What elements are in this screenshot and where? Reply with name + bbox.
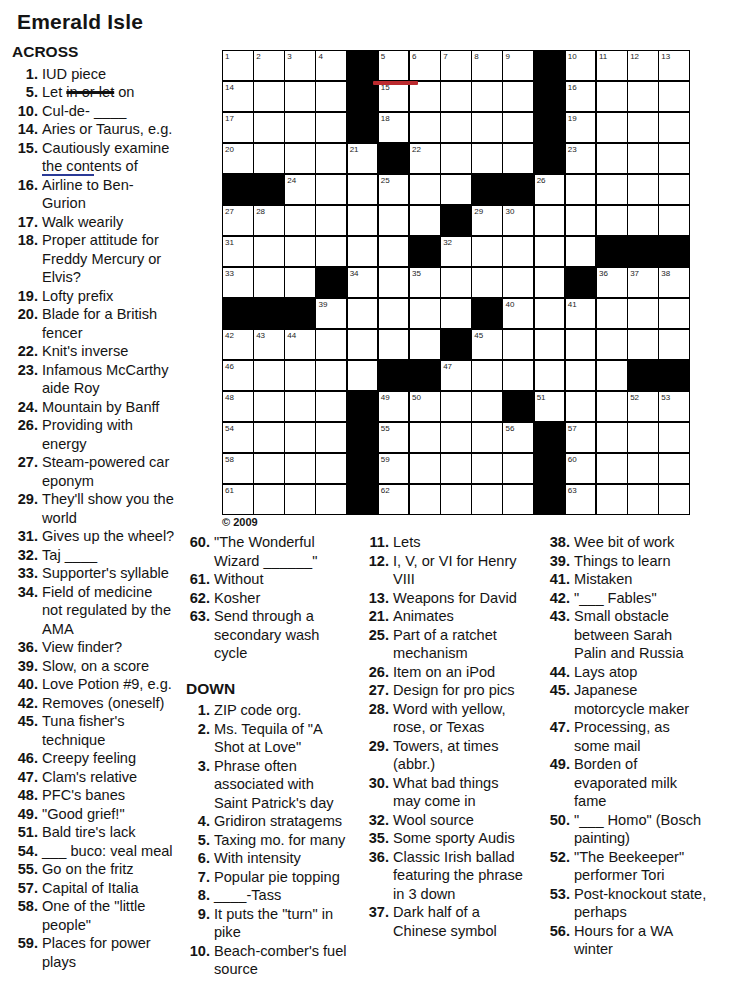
white-square-r6c3[interactable] — [285, 206, 315, 235]
white-square-r9c13[interactable] — [597, 299, 627, 328]
clue-number: 46. — [12, 749, 42, 768]
white-square-r10c9[interactable]: 45 — [472, 330, 502, 359]
white-square-r3c2[interactable] — [254, 113, 284, 142]
clue-text: IUD piece — [42, 65, 218, 84]
white-square-r5c15[interactable] — [659, 175, 689, 204]
white-square-r7c11[interactable] — [535, 237, 565, 266]
white-square-r12c1[interactable]: 48 — [223, 392, 253, 421]
clue-text: Proper attitude for Freddy Mercury or El… — [42, 231, 218, 287]
white-square-r3c4[interactable] — [316, 113, 346, 142]
white-square-r10c1[interactable]: 42 — [223, 330, 253, 359]
clue-number: 40. — [12, 675, 42, 694]
white-square-r11c1[interactable]: 46 — [223, 361, 253, 390]
clue-number: 58. — [12, 897, 42, 916]
white-square-r3c12[interactable]: 19 — [566, 113, 596, 142]
black-square-r8c12 — [566, 268, 596, 297]
clue-number: 22. — [12, 342, 42, 361]
white-square-r6c14[interactable] — [628, 206, 658, 235]
white-square-r9c8[interactable] — [441, 299, 471, 328]
black-square-r14c11 — [535, 454, 565, 483]
white-square-r11c5[interactable] — [348, 361, 378, 390]
white-square-r14c8[interactable] — [441, 454, 471, 483]
white-square-r13c12[interactable]: 57 — [566, 423, 596, 452]
white-square-r13c9[interactable] — [472, 423, 502, 452]
white-square-r2c10[interactable] — [503, 82, 533, 111]
white-square-r8c9[interactable] — [472, 268, 502, 297]
white-square-r11c9[interactable] — [472, 361, 502, 390]
white-square-r14c1[interactable]: 58 — [223, 454, 253, 483]
white-square-r15c15[interactable] — [659, 485, 689, 514]
clue-text: Kosher — [214, 589, 364, 608]
white-square-r12c11[interactable]: 51 — [535, 392, 565, 421]
clue-number: 39. — [12, 657, 42, 676]
black-square-r2c5 — [348, 82, 378, 111]
white-square-r8c14[interactable]: 37 — [628, 268, 658, 297]
clue-across-22: 22.Knit's inverse — [12, 342, 218, 361]
clue-text: Beach-comber's fuel source — [214, 942, 364, 979]
white-square-r7c8[interactable]: 32 — [441, 237, 471, 266]
white-square-r8c13[interactable]: 36 — [597, 268, 627, 297]
white-square-r5c14[interactable] — [628, 175, 658, 204]
square-number-24: 24 — [287, 176, 296, 185]
white-square-r10c11[interactable] — [535, 330, 565, 359]
white-square-r10c2[interactable]: 43 — [254, 330, 284, 359]
white-square-r4c2[interactable] — [254, 144, 284, 173]
white-square-r12c8[interactable] — [441, 392, 471, 421]
black-square-r6c8 — [441, 206, 471, 235]
white-square-r10c14[interactable] — [628, 330, 658, 359]
white-square-r14c14[interactable] — [628, 454, 658, 483]
white-square-r15c3[interactable] — [285, 485, 315, 514]
clue-number: 51. — [12, 823, 42, 842]
white-square-r5c8[interactable] — [441, 175, 471, 204]
white-square-r11c3[interactable] — [285, 361, 315, 390]
clue-number: 7. — [186, 868, 214, 887]
clue-number: 44. — [546, 663, 574, 682]
square-number-37: 37 — [630, 269, 639, 278]
white-square-r4c12[interactable]: 23 — [566, 144, 596, 173]
white-square-r9c15[interactable] — [659, 299, 689, 328]
white-square-r9c5[interactable] — [348, 299, 378, 328]
white-square-r4c3[interactable] — [285, 144, 315, 173]
white-square-r6c9[interactable]: 29 — [472, 206, 502, 235]
clue-number: 1. — [12, 65, 42, 84]
white-square-r13c8[interactable] — [441, 423, 471, 452]
white-square-r15c6[interactable]: 62 — [379, 485, 409, 514]
clue-down-28: 28.Word with yellow, rose, or Texas — [365, 700, 542, 737]
white-square-r1c6[interactable]: 5 — [379, 51, 409, 80]
white-square-r8c7[interactable]: 35 — [410, 268, 440, 297]
white-square-r15c14[interactable] — [628, 485, 658, 514]
white-square-r7c2[interactable] — [254, 237, 284, 266]
white-square-r15c12[interactable]: 63 — [566, 485, 596, 514]
white-square-r10c3[interactable]: 44 — [285, 330, 315, 359]
white-square-r7c10[interactable] — [503, 237, 533, 266]
white-square-r7c12[interactable] — [566, 237, 596, 266]
white-square-r10c6[interactable] — [379, 330, 409, 359]
white-square-r12c14[interactable]: 52 — [628, 392, 658, 421]
clue-text: Infamous McCarthy aide Roy — [42, 361, 218, 398]
square-number-31: 31 — [225, 238, 234, 247]
clue-down-5: 5.Taxing mo. for many — [186, 831, 364, 850]
white-square-r1c13[interactable]: 11 — [597, 51, 627, 80]
white-square-r13c10[interactable]: 56 — [503, 423, 533, 452]
square-number-63: 63 — [568, 486, 577, 495]
white-square-r12c9[interactable] — [472, 392, 502, 421]
white-square-r9c11[interactable] — [535, 299, 565, 328]
white-square-r15c2[interactable] — [254, 485, 284, 514]
clue-text: Lets — [393, 533, 542, 552]
clue-down-7: 7.Popular pie topping — [186, 868, 364, 887]
clue-text: Gridiron stratagems — [214, 812, 364, 831]
white-square-r12c2[interactable] — [254, 392, 284, 421]
white-square-r1c4[interactable]: 4 — [316, 51, 346, 80]
white-square-r2c12[interactable]: 16 — [566, 82, 596, 111]
white-square-r2c14[interactable] — [628, 82, 658, 111]
white-square-r15c8[interactable] — [441, 485, 471, 514]
white-square-r3c6[interactable]: 18 — [379, 113, 409, 142]
clue-across-19: 19.Lofty prefix — [12, 287, 218, 306]
white-square-r4c15[interactable] — [659, 144, 689, 173]
white-square-r15c7[interactable] — [410, 485, 440, 514]
clue-number: 35. — [365, 829, 393, 848]
white-square-r9c12[interactable]: 41 — [566, 299, 596, 328]
white-square-r14c9[interactable] — [472, 454, 502, 483]
square-number-1: 1 — [225, 52, 229, 61]
white-square-r11c8[interactable]: 47 — [441, 361, 471, 390]
down-clue-list-2: 11.Lets12.I, V, or VI for Henry VIII13.W… — [365, 533, 542, 940]
white-square-r4c4[interactable] — [316, 144, 346, 173]
white-square-r10c4[interactable] — [316, 330, 346, 359]
black-square-r7c7 — [410, 237, 440, 266]
white-square-r8c3[interactable] — [285, 268, 315, 297]
clue-number: 43. — [546, 607, 574, 626]
clue-number: 5. — [12, 83, 42, 102]
white-square-r1c12[interactable]: 10 — [566, 51, 596, 80]
white-square-r4c5[interactable]: 21 — [348, 144, 378, 173]
white-square-r2c15[interactable] — [659, 82, 689, 111]
white-square-r8c2[interactable] — [254, 268, 284, 297]
clue-down-10: 10.Beach-comber's fuel source — [186, 942, 364, 979]
white-square-r7c6[interactable] — [379, 237, 409, 266]
white-square-r4c13[interactable] — [597, 144, 627, 173]
clue-down-49: 49.Borden of evaporated milk fame — [546, 755, 735, 811]
white-square-r4c7[interactable]: 22 — [410, 144, 440, 173]
clue-text: Item on an iPod — [393, 663, 542, 682]
white-square-r11c2[interactable] — [254, 361, 284, 390]
white-square-r3c7[interactable] — [410, 113, 440, 142]
white-square-r14c7[interactable] — [410, 454, 440, 483]
across-clue-list-extra: 60."The Wonderful Wizard ______"61.Witho… — [186, 533, 364, 663]
white-square-r12c12[interactable] — [566, 392, 596, 421]
white-square-r11c12[interactable] — [566, 361, 596, 390]
white-square-r9c7[interactable] — [410, 299, 440, 328]
square-number-35: 35 — [412, 269, 421, 278]
white-square-r12c15[interactable]: 53 — [659, 392, 689, 421]
white-square-r4c9[interactable] — [472, 144, 502, 173]
white-square-r7c1[interactable]: 31 — [223, 237, 253, 266]
white-square-r7c5[interactable] — [348, 237, 378, 266]
white-square-r14c13[interactable] — [597, 454, 627, 483]
square-number-58: 58 — [225, 455, 234, 464]
white-square-r2c6[interactable]: 15 — [379, 82, 409, 111]
clue-text: Word with yellow, rose, or Texas — [393, 700, 542, 737]
white-square-r1c3[interactable]: 3 — [285, 51, 315, 80]
white-square-r7c4[interactable] — [316, 237, 346, 266]
white-square-r9c14[interactable] — [628, 299, 658, 328]
square-number-23: 23 — [568, 145, 577, 154]
clue-number: 5. — [186, 831, 214, 850]
white-square-r9c10[interactable]: 40 — [503, 299, 533, 328]
clue-text: Walk wearily — [42, 213, 218, 232]
clue-across-61: 61.Without — [186, 570, 364, 589]
white-square-r5c6[interactable]: 25 — [379, 175, 409, 204]
white-square-r4c8[interactable] — [441, 144, 471, 173]
square-number-56: 56 — [505, 424, 514, 433]
white-square-r15c10[interactable] — [503, 485, 533, 514]
white-square-r2c7[interactable] — [410, 82, 440, 111]
square-number-9: 9 — [505, 52, 509, 61]
white-square-r3c1[interactable]: 17 — [223, 113, 253, 142]
clue-down-43: 43.Small obstacle between Sarah Palin an… — [546, 607, 735, 663]
white-square-r13c1[interactable]: 54 — [223, 423, 253, 452]
white-square-r6c4[interactable] — [316, 206, 346, 235]
white-square-r11c10[interactable] — [503, 361, 533, 390]
white-square-r3c13[interactable] — [597, 113, 627, 142]
clue-across-18: 18.Proper attitude for Freddy Mercury or… — [12, 231, 218, 287]
square-number-26: 26 — [537, 176, 546, 185]
clue-number: 45. — [12, 712, 42, 731]
white-square-r5c11[interactable]: 26 — [535, 175, 565, 204]
clue-text: Small obstacle between Sarah Palin and R… — [574, 607, 735, 663]
white-square-r1c14[interactable]: 12 — [628, 51, 658, 80]
white-square-r13c4[interactable] — [316, 423, 346, 452]
clue-down-45: 45.Japanese motorcycle maker — [546, 681, 735, 718]
white-square-r10c13[interactable] — [597, 330, 627, 359]
clue-down-53: 53.Post-knockout state, perhaps — [546, 885, 735, 922]
square-number-5: 5 — [381, 52, 385, 61]
white-square-r14c4[interactable] — [316, 454, 346, 483]
white-square-r14c3[interactable] — [285, 454, 315, 483]
black-square-r11c14 — [628, 361, 658, 390]
clue-down-38: 38.Wee bit of work — [546, 533, 735, 552]
clues-column-4: 38.Wee bit of work39.Things to learn41.M… — [546, 533, 735, 959]
square-number-51: 51 — [537, 393, 546, 402]
white-square-r6c5[interactable] — [348, 206, 378, 235]
square-number-41: 41 — [568, 300, 577, 309]
clue-number: 50. — [546, 811, 574, 830]
clue-number: 33. — [12, 564, 42, 583]
white-square-r3c8[interactable] — [441, 113, 471, 142]
white-square-r12c3[interactable] — [285, 392, 315, 421]
square-number-13: 13 — [661, 52, 670, 61]
clue-text: Without — [214, 570, 364, 589]
white-square-r2c3[interactable] — [285, 82, 315, 111]
white-square-r2c13[interactable] — [597, 82, 627, 111]
white-square-r5c4[interactable] — [316, 175, 346, 204]
white-square-r9c6[interactable] — [379, 299, 409, 328]
white-square-r12c6[interactable]: 49 — [379, 392, 409, 421]
square-number-60: 60 — [568, 455, 577, 464]
white-square-r14c2[interactable] — [254, 454, 284, 483]
white-square-r15c1[interactable]: 61 — [223, 485, 253, 514]
clue-down-39: 39.Things to learn — [546, 552, 735, 571]
white-square-r2c1[interactable]: 14 — [223, 82, 253, 111]
white-square-r11c13[interactable] — [597, 361, 627, 390]
white-square-r8c1[interactable]: 33 — [223, 268, 253, 297]
white-square-r5c3[interactable]: 24 — [285, 175, 315, 204]
square-number-12: 12 — [630, 52, 639, 61]
white-square-r7c3[interactable] — [285, 237, 315, 266]
white-square-r2c4[interactable] — [316, 82, 346, 111]
white-square-r8c6[interactable] — [379, 268, 409, 297]
white-square-r11c11[interactable] — [535, 361, 565, 390]
black-square-r12c10 — [503, 392, 533, 421]
square-number-17: 17 — [225, 114, 234, 123]
down-header: DOWN — [186, 680, 364, 699]
clue-number: 60. — [186, 533, 214, 552]
white-square-r15c4[interactable] — [316, 485, 346, 514]
clue-down-8: 8.____-Tass — [186, 886, 364, 905]
white-square-r6c10[interactable]: 30 — [503, 206, 533, 235]
clue-number: 53. — [546, 885, 574, 904]
blue-underline-mark: the cont — [42, 158, 94, 176]
white-square-r13c2[interactable] — [254, 423, 284, 452]
clue-text: Airline to Ben- Gurion — [42, 176, 218, 213]
white-square-r5c12[interactable] — [566, 175, 596, 204]
white-square-r4c14[interactable] — [628, 144, 658, 173]
strikethrough-mark: in or let — [66, 84, 114, 100]
white-square-r10c5[interactable] — [348, 330, 378, 359]
clue-number: 2. — [186, 720, 214, 739]
clue-down-37: 37.Dark half of a Chinese symbol — [365, 903, 542, 940]
black-square-r4c11 — [535, 144, 565, 173]
white-square-r8c15[interactable]: 38 — [659, 268, 689, 297]
clue-text: Cautiously examine the contents of — [42, 139, 218, 176]
white-square-r10c12[interactable] — [566, 330, 596, 359]
white-square-r7c9[interactable] — [472, 237, 502, 266]
clue-down-47: 47.Processing, as some mail — [546, 718, 735, 755]
clue-number: 62. — [186, 589, 214, 608]
white-square-r2c8[interactable] — [441, 82, 471, 111]
white-square-r2c9[interactable] — [472, 82, 502, 111]
white-square-r12c4[interactable] — [316, 392, 346, 421]
white-square-r13c15[interactable] — [659, 423, 689, 452]
white-square-r15c13[interactable] — [597, 485, 627, 514]
white-square-r5c7[interactable] — [410, 175, 440, 204]
black-square-r5c9 — [472, 175, 502, 204]
white-square-r1c8[interactable]: 7 — [441, 51, 471, 80]
white-square-r6c1[interactable]: 27 — [223, 206, 253, 235]
white-square-r6c13[interactable] — [597, 206, 627, 235]
clue-down-41: 41.Mistaken — [546, 570, 735, 589]
white-square-r4c10[interactable] — [503, 144, 533, 173]
copyright-text: © 2009 — [222, 516, 258, 528]
white-square-r1c15[interactable]: 13 — [659, 51, 689, 80]
black-square-r12c5 — [348, 392, 378, 421]
white-square-r6c7[interactable] — [410, 206, 440, 235]
white-square-r6c2[interactable]: 28 — [254, 206, 284, 235]
white-square-r1c9[interactable]: 8 — [472, 51, 502, 80]
white-square-r3c15[interactable] — [659, 113, 689, 142]
white-square-r10c7[interactable] — [410, 330, 440, 359]
white-square-r15c9[interactable] — [472, 485, 502, 514]
white-square-r11c4[interactable] — [316, 361, 346, 390]
clue-down-29: 29.Towers, at times (abbr.) — [365, 737, 542, 774]
white-square-r9c4[interactable]: 39 — [316, 299, 346, 328]
white-square-r5c5[interactable] — [348, 175, 378, 204]
white-square-r10c10[interactable] — [503, 330, 533, 359]
white-square-r6c12[interactable] — [566, 206, 596, 235]
clue-number: 32. — [365, 811, 393, 830]
white-square-r3c3[interactable] — [285, 113, 315, 142]
clue-number: 31. — [12, 527, 42, 546]
white-square-r3c9[interactable] — [472, 113, 502, 142]
white-square-r10c15[interactable] — [659, 330, 689, 359]
white-square-r8c10[interactable] — [503, 268, 533, 297]
clue-number: 1. — [186, 701, 214, 720]
clue-text: Hours for a WA winter — [574, 922, 735, 959]
clue-text: Lays atop — [574, 663, 735, 682]
white-square-r2c2[interactable] — [254, 82, 284, 111]
black-square-r14c5 — [348, 454, 378, 483]
clue-across-1: 1.IUD piece — [12, 65, 218, 84]
clue-number: 28. — [365, 700, 393, 719]
white-square-r6c6[interactable] — [379, 206, 409, 235]
black-square-r2c11 — [535, 82, 565, 111]
white-square-r12c13[interactable] — [597, 392, 627, 421]
clue-down-6: 6.With intensity — [186, 849, 364, 868]
white-square-r12c7[interactable]: 50 — [410, 392, 440, 421]
clue-text: It puts the "turn" in pike — [214, 905, 364, 942]
clue-number: 10. — [186, 942, 214, 961]
white-square-r1c1[interactable]: 1 — [223, 51, 253, 80]
white-square-r13c3[interactable] — [285, 423, 315, 452]
white-square-r6c15[interactable] — [659, 206, 689, 235]
white-square-r13c13[interactable] — [597, 423, 627, 452]
black-square-r3c5 — [348, 113, 378, 142]
white-square-r14c15[interactable] — [659, 454, 689, 483]
white-square-r13c6[interactable]: 55 — [379, 423, 409, 452]
clue-number: 6. — [186, 849, 214, 868]
white-square-r8c5[interactable]: 34 — [348, 268, 378, 297]
clue-across-27: 27.Steam-powered car eponym — [12, 453, 218, 490]
clue-text: Cul-de- ____ — [42, 102, 218, 121]
white-square-r1c2[interactable]: 2 — [254, 51, 284, 80]
square-number-49: 49 — [381, 393, 390, 402]
white-square-r3c10[interactable] — [503, 113, 533, 142]
white-square-r4c1[interactable]: 20 — [223, 144, 253, 173]
white-square-r5c13[interactable] — [597, 175, 627, 204]
white-square-r3c14[interactable] — [628, 113, 658, 142]
white-square-r1c7[interactable]: 6 — [410, 51, 440, 80]
white-square-r6c11[interactable] — [535, 206, 565, 235]
white-square-r13c14[interactable] — [628, 423, 658, 452]
white-square-r14c10[interactable] — [503, 454, 533, 483]
clue-text: Send through a secondary wash cycle — [214, 607, 364, 663]
white-square-r14c12[interactable]: 60 — [566, 454, 596, 483]
black-square-r9c1 — [223, 299, 253, 328]
white-square-r1c10[interactable]: 9 — [503, 51, 533, 80]
page-title: Emerald Isle — [17, 10, 143, 34]
clue-text: Popular pie topping — [214, 868, 364, 887]
white-square-r14c6[interactable]: 59 — [379, 454, 409, 483]
white-square-r13c7[interactable] — [410, 423, 440, 452]
white-square-r8c8[interactable] — [441, 268, 471, 297]
black-square-r5c10 — [503, 175, 533, 204]
square-number-3: 3 — [287, 52, 291, 61]
white-square-r8c11[interactable] — [535, 268, 565, 297]
